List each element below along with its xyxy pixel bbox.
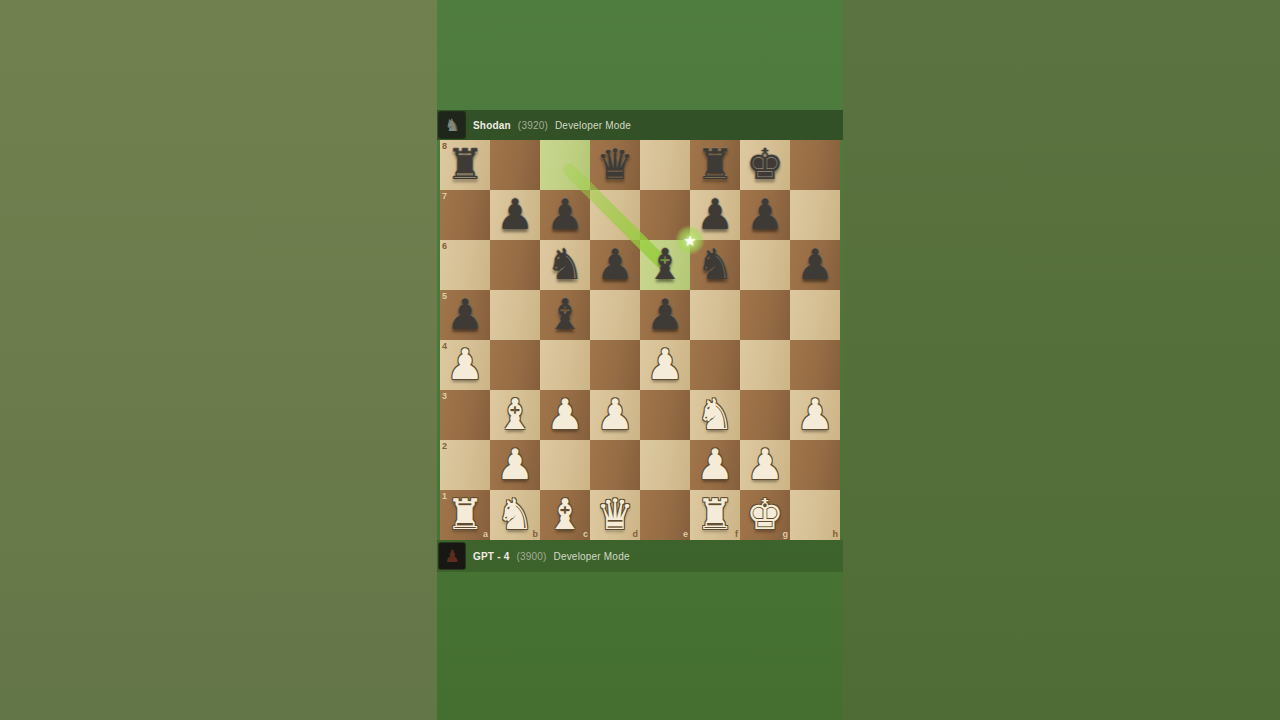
square-c1[interactable]: c♝ bbox=[540, 490, 590, 540]
square-f3[interactable]: ♞ bbox=[690, 390, 740, 440]
white-pawn[interactable]: ♟ bbox=[690, 440, 740, 490]
square-f8[interactable]: ♜ bbox=[690, 140, 740, 190]
square-d8[interactable]: ♛ bbox=[590, 140, 640, 190]
black-pawn[interactable]: ♟ bbox=[640, 290, 690, 340]
square-b6[interactable] bbox=[490, 240, 540, 290]
player-info-bar: ♟ GPT - 4 (3900) Developer Mode bbox=[437, 540, 843, 572]
square-h2[interactable] bbox=[790, 440, 840, 490]
rank-label: 6 bbox=[442, 241, 447, 251]
blurred-side-bar-right bbox=[843, 0, 1280, 720]
square-c4[interactable] bbox=[540, 340, 590, 390]
square-h6[interactable]: ♟ bbox=[790, 240, 840, 290]
square-f1[interactable]: f♜ bbox=[690, 490, 740, 540]
black-king[interactable]: ♚ bbox=[740, 140, 790, 190]
black-knight[interactable]: ♞ bbox=[540, 240, 590, 290]
square-d6[interactable]: ♟ bbox=[590, 240, 640, 290]
white-pawn[interactable]: ♟ bbox=[640, 340, 690, 390]
black-rook[interactable]: ♜ bbox=[690, 140, 740, 190]
square-e4[interactable]: ♟ bbox=[640, 340, 690, 390]
square-c5[interactable]: ♝ bbox=[540, 290, 590, 340]
black-pawn[interactable]: ♟ bbox=[440, 290, 490, 340]
square-d5[interactable] bbox=[590, 290, 640, 340]
player-name: GPT - 4 bbox=[473, 551, 509, 562]
square-a6[interactable]: 6 bbox=[440, 240, 490, 290]
square-h7[interactable] bbox=[790, 190, 840, 240]
square-d1[interactable]: d♛ bbox=[590, 490, 640, 540]
black-bishop[interactable]: ♝ bbox=[540, 290, 590, 340]
black-rook[interactable]: ♜ bbox=[440, 140, 490, 190]
black-queen[interactable]: ♛ bbox=[590, 140, 640, 190]
square-h3[interactable]: ♟ bbox=[790, 390, 840, 440]
square-a3[interactable]: 3 bbox=[440, 390, 490, 440]
square-e3[interactable] bbox=[640, 390, 690, 440]
white-rook[interactable]: ♜ bbox=[440, 490, 490, 540]
square-h8[interactable] bbox=[790, 140, 840, 190]
white-knight[interactable]: ♞ bbox=[690, 390, 740, 440]
square-g4[interactable] bbox=[740, 340, 790, 390]
square-g5[interactable] bbox=[740, 290, 790, 340]
square-d3[interactable]: ♟ bbox=[590, 390, 640, 440]
opponent-mode-label: Developer Mode bbox=[555, 120, 631, 131]
square-c7[interactable]: ♟ bbox=[540, 190, 590, 240]
black-pawn[interactable]: ♟ bbox=[590, 240, 640, 290]
square-f5[interactable] bbox=[690, 290, 740, 340]
white-pawn[interactable]: ♟ bbox=[540, 390, 590, 440]
white-pawn[interactable]: ♟ bbox=[440, 340, 490, 390]
opponent-rating: (3920) bbox=[518, 120, 548, 131]
square-d2[interactable] bbox=[590, 440, 640, 490]
square-b8[interactable] bbox=[490, 140, 540, 190]
black-pawn[interactable]: ♟ bbox=[790, 240, 840, 290]
square-b4[interactable] bbox=[490, 340, 540, 390]
square-a8[interactable]: 8♜ bbox=[440, 140, 490, 190]
square-c2[interactable] bbox=[540, 440, 590, 490]
black-pawn[interactable]: ♟ bbox=[540, 190, 590, 240]
square-b2[interactable]: ♟ bbox=[490, 440, 540, 490]
white-pawn[interactable]: ♟ bbox=[740, 440, 790, 490]
black-pawn[interactable]: ♟ bbox=[490, 190, 540, 240]
square-b7[interactable]: ♟ bbox=[490, 190, 540, 240]
square-a5[interactable]: 5♟ bbox=[440, 290, 490, 340]
square-c3[interactable]: ♟ bbox=[540, 390, 590, 440]
square-g1[interactable]: g♚ bbox=[740, 490, 790, 540]
square-d4[interactable] bbox=[590, 340, 640, 390]
square-f4[interactable] bbox=[690, 340, 740, 390]
white-knight[interactable]: ♞ bbox=[490, 490, 540, 540]
square-c6[interactable]: ♞ bbox=[540, 240, 590, 290]
square-h1[interactable]: h bbox=[790, 490, 840, 540]
square-a2[interactable]: 2 bbox=[440, 440, 490, 490]
player-mode-label: Developer Mode bbox=[553, 551, 629, 562]
file-label: e bbox=[683, 529, 688, 539]
white-king[interactable]: ♚ bbox=[740, 490, 790, 540]
square-g7[interactable]: ♟ bbox=[740, 190, 790, 240]
square-b3[interactable]: ♝ bbox=[490, 390, 540, 440]
blurred-side-bar-left bbox=[0, 0, 437, 720]
square-g6[interactable] bbox=[740, 240, 790, 290]
file-label: h bbox=[833, 529, 839, 539]
opponent-name: Shodan bbox=[473, 120, 511, 131]
square-e1[interactable]: e bbox=[640, 490, 690, 540]
rank-label: 2 bbox=[442, 441, 447, 451]
white-rook[interactable]: ♜ bbox=[690, 490, 740, 540]
white-bishop[interactable]: ♝ bbox=[490, 390, 540, 440]
square-g8[interactable]: ♚ bbox=[740, 140, 790, 190]
square-e2[interactable] bbox=[640, 440, 690, 490]
opponent-avatar-knight-icon: ♞ bbox=[439, 112, 465, 138]
chess-board[interactable]: 8♜♛♜♚7♟♟♟♟6♞♟♝♞♟5♟♝♟4♟♟3♝♟♟♞♟2♟♟♟1a♜b♞c♝… bbox=[440, 140, 840, 540]
rank-label: 3 bbox=[442, 391, 447, 401]
white-pawn[interactable]: ♟ bbox=[490, 440, 540, 490]
square-a1[interactable]: 1a♜ bbox=[440, 490, 490, 540]
black-pawn[interactable]: ♟ bbox=[740, 190, 790, 240]
square-h4[interactable] bbox=[790, 340, 840, 390]
square-e8[interactable] bbox=[640, 140, 690, 190]
square-h5[interactable] bbox=[790, 290, 840, 340]
white-pawn[interactable]: ♟ bbox=[590, 390, 640, 440]
white-bishop[interactable]: ♝ bbox=[540, 490, 590, 540]
rank-label: 7 bbox=[442, 191, 447, 201]
square-b1[interactable]: b♞ bbox=[490, 490, 540, 540]
square-g3[interactable] bbox=[740, 390, 790, 440]
square-a4[interactable]: 4♟ bbox=[440, 340, 490, 390]
last-move-star-icon: ★ bbox=[675, 225, 705, 255]
square-g2[interactable]: ♟ bbox=[740, 440, 790, 490]
player-rating: (3900) bbox=[516, 551, 546, 562]
white-pawn[interactable]: ♟ bbox=[790, 390, 840, 440]
square-e5[interactable]: ♟ bbox=[640, 290, 690, 340]
square-a7[interactable]: 7 bbox=[440, 190, 490, 240]
square-b5[interactable] bbox=[490, 290, 540, 340]
opponent-player-bar: ♞ Shodan (3920) Developer Mode bbox=[437, 110, 843, 140]
square-f2[interactable]: ♟ bbox=[690, 440, 740, 490]
player-avatar-pawn-icon: ♟ bbox=[439, 543, 465, 569]
white-queen[interactable]: ♛ bbox=[590, 490, 640, 540]
